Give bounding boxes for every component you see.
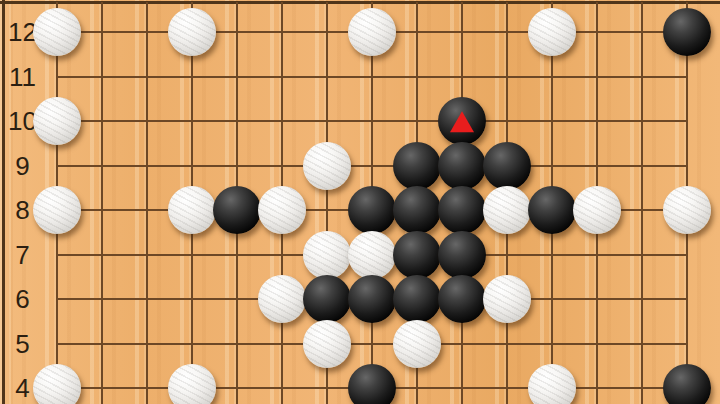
stone-white <box>483 275 531 323</box>
stone-black <box>663 364 711 404</box>
stone-white <box>303 231 351 279</box>
stone-white <box>528 364 576 404</box>
stone-white <box>33 364 81 404</box>
stone-black <box>438 97 486 145</box>
stone-white <box>573 186 621 234</box>
stone-black <box>393 231 441 279</box>
stone-black <box>348 186 396 234</box>
stone-white <box>258 275 306 323</box>
stone-white <box>393 320 441 368</box>
stone-white <box>33 8 81 56</box>
stone-black <box>438 231 486 279</box>
stone-black <box>483 142 531 190</box>
stone-white <box>348 8 396 56</box>
stone-black <box>393 142 441 190</box>
stone-black <box>348 275 396 323</box>
stone-black <box>348 364 396 404</box>
board-frame-top-edge <box>0 1 720 4</box>
gomoku-board[interactable]: 121110987654 <box>0 0 720 404</box>
stone-black <box>393 186 441 234</box>
stone-white <box>528 8 576 56</box>
stone-white <box>168 364 216 404</box>
stone-white <box>168 8 216 56</box>
stone-white <box>168 186 216 234</box>
stone-black <box>438 142 486 190</box>
stone-black <box>438 186 486 234</box>
stone-black <box>213 186 261 234</box>
stone-black <box>303 275 351 323</box>
stone-white <box>663 186 711 234</box>
stone-white <box>258 186 306 234</box>
stone-white <box>303 142 351 190</box>
stone-black <box>528 186 576 234</box>
stone-white <box>303 320 351 368</box>
stones-layer <box>35 10 710 404</box>
stone-white <box>33 186 81 234</box>
stone-black <box>393 275 441 323</box>
last-move-marker <box>450 111 474 132</box>
stone-white <box>33 97 81 145</box>
stone-black <box>663 8 711 56</box>
stone-black <box>438 275 486 323</box>
stone-white <box>348 231 396 279</box>
stone-white <box>483 186 531 234</box>
